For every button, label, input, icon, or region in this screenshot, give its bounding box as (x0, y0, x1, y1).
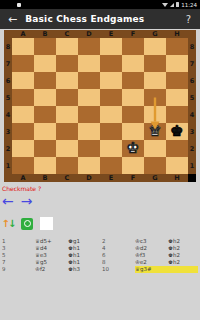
record-position-button[interactable] (21, 218, 33, 230)
move-cell[interactable]: ♚h2 (168, 238, 198, 245)
square-g2[interactable] (144, 140, 166, 157)
move-cell[interactable]: ♚h2 (168, 245, 198, 252)
move-cell[interactable]: ♔e2 (135, 259, 168, 266)
square-h7[interactable] (166, 55, 188, 72)
square-e5[interactable] (100, 89, 122, 106)
square-c4[interactable] (56, 106, 78, 123)
page-title: Basic Chess Endgames (25, 14, 144, 24)
square-a5[interactable] (12, 89, 34, 106)
file-label: C (56, 30, 78, 38)
square-f3[interactable] (122, 123, 144, 140)
status-bar: 11:24 (0, 0, 200, 9)
rank-label: 4 (188, 106, 196, 123)
move-number: 4 (102, 245, 135, 252)
move-number: 8 (102, 259, 135, 266)
square-a7[interactable] (12, 55, 34, 72)
square-g6[interactable] (144, 72, 166, 89)
square-g4[interactable] (144, 106, 166, 123)
square-e1[interactable] (100, 157, 122, 174)
file-label: D (78, 174, 100, 182)
rank-label: 1 (4, 157, 12, 174)
square-b2[interactable] (34, 140, 56, 157)
square-h6[interactable] (166, 72, 188, 89)
square-f7[interactable] (122, 55, 144, 72)
status-message: Checkmate ? (2, 185, 200, 192)
signal-icon (170, 3, 174, 7)
next-move-button[interactable]: → (21, 194, 33, 208)
toolbar: ↑↓ (2, 217, 200, 230)
square-c8[interactable] (56, 38, 78, 55)
file-label: F (122, 174, 144, 182)
move-cell[interactable]: ♔d2 (135, 245, 168, 252)
square-f4[interactable] (122, 106, 144, 123)
square-e8[interactable] (100, 38, 122, 55)
move-number: 5 (2, 252, 35, 259)
move-navigation: ← → (2, 194, 200, 208)
move-cell[interactable]: ♚h2 (168, 259, 198, 266)
rank-label: 4 (4, 106, 12, 123)
square-f8[interactable] (122, 38, 144, 55)
rank-label: 2 (188, 140, 196, 157)
board-frame-corner (4, 174, 12, 182)
move-number: 1 (2, 238, 35, 245)
square-b3[interactable] (34, 123, 56, 140)
square-g1[interactable] (144, 157, 166, 174)
rank-label: 6 (4, 72, 12, 89)
move-cell[interactable]: ♕g5 (35, 259, 68, 266)
move-cell[interactable]: ♔f2 (35, 266, 68, 273)
square-d1[interactable] (78, 157, 100, 174)
square-d8[interactable] (78, 38, 100, 55)
rank-label: 8 (4, 38, 12, 55)
move-cell[interactable]: ♕d5+ (35, 238, 68, 245)
square-a2[interactable] (12, 140, 34, 157)
rank-label: 3 (4, 123, 12, 140)
move-number: 10 (102, 266, 135, 273)
square-b6[interactable] (34, 72, 56, 89)
square-c3[interactable] (56, 123, 78, 140)
move-cell[interactable]: ♚h1 (68, 259, 102, 266)
move-cell[interactable]: ♕d4 (35, 245, 68, 252)
moves-table: 1♕d5+♚g12♔c3♚h23♕d4♚h14♔d2♚h25♕e3♚h16♔f3… (2, 238, 200, 273)
square-g7[interactable] (144, 55, 166, 72)
rank-label: 2 (4, 140, 12, 157)
square-b4[interactable] (34, 106, 56, 123)
square-h2[interactable] (166, 140, 188, 157)
square-g8[interactable] (144, 38, 166, 55)
square-h1[interactable] (166, 157, 188, 174)
square-e6[interactable] (100, 72, 122, 89)
square-g3[interactable]: ♛ (144, 123, 166, 140)
square-d3[interactable] (78, 123, 100, 140)
square-b1[interactable] (34, 157, 56, 174)
flip-board-button[interactable]: ↑↓ (2, 218, 14, 230)
move-cell[interactable]: ♕g3# (135, 266, 198, 273)
status-time: 11:24 (181, 2, 197, 8)
move-cell[interactable]: ♚h1 (68, 252, 102, 259)
circle-icon (24, 220, 31, 227)
rank-label: 5 (188, 89, 196, 106)
square-a6[interactable] (12, 72, 34, 89)
chess-board: ABCDEFGH88776655443♛♚32♚211ABCDEFGH (4, 30, 196, 182)
square-c1[interactable] (56, 157, 78, 174)
turn-indicator (188, 174, 196, 182)
new-exercise-button[interactable] (40, 217, 53, 230)
square-e2[interactable] (100, 140, 122, 157)
file-label: G (144, 30, 166, 38)
file-label: B (34, 30, 56, 38)
square-h3[interactable]: ♚ (166, 123, 188, 140)
move-number: 9 (2, 266, 35, 273)
square-a8[interactable] (12, 38, 34, 55)
battery-icon (176, 2, 179, 7)
rank-label: 6 (188, 72, 196, 89)
square-f5[interactable] (122, 89, 144, 106)
square-c7[interactable] (56, 55, 78, 72)
square-a3[interactable] (12, 123, 34, 140)
file-label: D (78, 30, 100, 38)
square-g5[interactable] (144, 89, 166, 106)
white-king[interactable]: ♚ (126, 140, 139, 157)
rank-label: 5 (4, 89, 12, 106)
square-b7[interactable] (34, 55, 56, 72)
square-e4[interactable] (100, 106, 122, 123)
wifi-icon (162, 3, 168, 7)
file-label: A (12, 30, 34, 38)
move-cell[interactable]: ♚g1 (68, 238, 102, 245)
square-f2[interactable]: ♚ (122, 140, 144, 157)
rank-label: 1 (188, 157, 196, 174)
file-label: C (56, 174, 78, 182)
file-label: E (100, 30, 122, 38)
board-frame-corner (4, 30, 12, 38)
square-f6[interactable] (122, 72, 144, 89)
move-cell[interactable]: ♕e3 (35, 252, 68, 259)
square-c5[interactable] (56, 89, 78, 106)
square-d5[interactable] (78, 89, 100, 106)
move-cell[interactable]: ♚h3 (68, 266, 102, 273)
notification-icon (17, 3, 21, 7)
help-icon[interactable]: ? (186, 14, 191, 25)
file-label: H (166, 174, 188, 182)
square-h4[interactable] (166, 106, 188, 123)
square-c2[interactable] (56, 140, 78, 157)
white-queen[interactable]: ♛ (148, 123, 161, 140)
square-h8[interactable] (166, 38, 188, 55)
file-label: F (122, 30, 144, 38)
rank-label: 7 (188, 55, 196, 72)
move-cell[interactable]: ♔c3 (135, 238, 168, 245)
rank-label: 8 (188, 38, 196, 55)
board-frame-corner (188, 30, 196, 38)
move-cell[interactable]: ♚h1 (68, 245, 102, 252)
square-e7[interactable] (100, 55, 122, 72)
square-e3[interactable] (100, 123, 122, 140)
square-a4[interactable] (12, 106, 34, 123)
square-d2[interactable] (78, 140, 100, 157)
black-king[interactable]: ♚ (170, 123, 183, 140)
square-b8[interactable] (34, 38, 56, 55)
move-number: 3 (2, 245, 35, 252)
file-label: H (166, 30, 188, 38)
down-arrow-icon: ↓ (8, 218, 14, 229)
move-number: 6 (102, 252, 135, 259)
square-d7[interactable] (78, 55, 100, 72)
rank-label: 7 (4, 55, 12, 72)
back-arrow-icon[interactable]: ← (8, 13, 17, 26)
square-f1[interactable] (122, 157, 144, 174)
move-number: 2 (102, 238, 135, 245)
file-label: B (34, 174, 56, 182)
file-label: E (100, 174, 122, 182)
square-b5[interactable] (34, 89, 56, 106)
move-number: 7 (2, 259, 35, 266)
square-h5[interactable] (166, 89, 188, 106)
square-a1[interactable] (12, 157, 34, 174)
move-cell[interactable]: ♚h2 (168, 252, 198, 259)
previous-move-button[interactable]: ← (2, 194, 14, 208)
file-label: A (12, 174, 34, 182)
square-c6[interactable] (56, 72, 78, 89)
move-cell[interactable]: ♔f3 (135, 252, 168, 259)
app-bar: ← Basic Chess Endgames ? (0, 9, 200, 29)
square-d4[interactable] (78, 106, 100, 123)
file-label: G (144, 174, 166, 182)
square-d6[interactable] (78, 72, 100, 89)
rank-label: 3 (188, 123, 196, 140)
